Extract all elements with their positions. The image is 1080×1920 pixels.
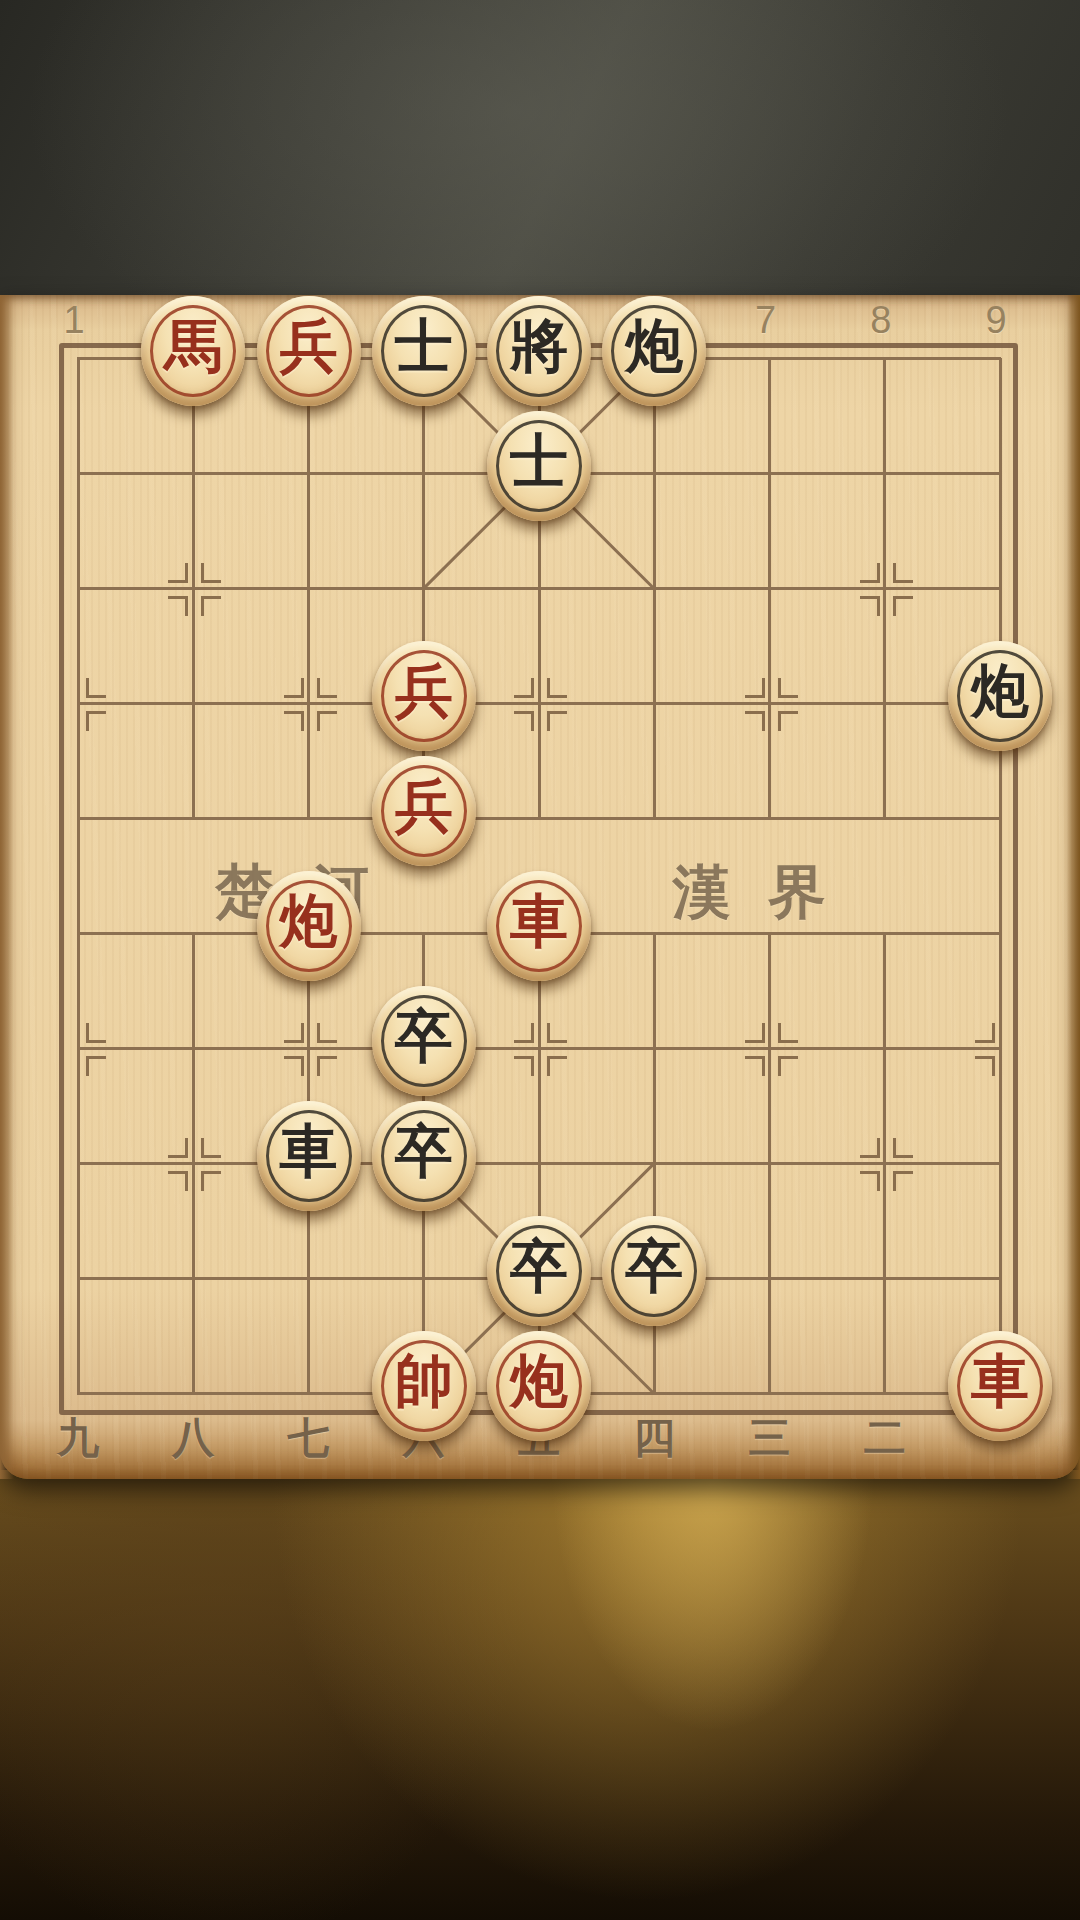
piece-character: 卒 — [602, 1216, 706, 1326]
piece-character: 炮 — [602, 296, 706, 406]
piece-character: 帥 — [372, 1331, 476, 1441]
xiangqi-board: 楚河漢界123456789九八七六五四三二一馬兵士將炮士兵炮兵炮車卒車卒卒卒帥炮… — [0, 295, 1080, 1479]
piece-black-炮[interactable]: 炮 — [948, 641, 1052, 751]
piece-red-炮[interactable]: 炮 — [257, 871, 361, 981]
grid-line-file-8-top — [883, 358, 886, 818]
file-label-top-1: 1 — [44, 301, 104, 339]
grid-line-file-7-bottom — [768, 933, 771, 1393]
piece-character: 卒 — [487, 1216, 591, 1326]
piece-black-卒[interactable]: 卒 — [372, 1101, 476, 1211]
piece-red-兵[interactable]: 兵 — [372, 641, 476, 751]
piece-character: 炮 — [487, 1331, 591, 1441]
grid-line-file-7-top — [768, 358, 771, 818]
grid-line-file-9 — [999, 358, 1002, 1393]
piece-black-士[interactable]: 士 — [487, 411, 591, 521]
background-top — [0, 0, 1080, 296]
piece-character: 卒 — [372, 1101, 476, 1211]
piece-character: 士 — [372, 296, 476, 406]
piece-character: 士 — [487, 411, 591, 521]
piece-character: 車 — [487, 871, 591, 981]
piece-character: 兵 — [372, 756, 476, 866]
piece-red-兵[interactable]: 兵 — [372, 756, 476, 866]
piece-red-車[interactable]: 車 — [948, 1331, 1052, 1441]
piece-character: 車 — [257, 1101, 361, 1211]
piece-character: 車 — [948, 1331, 1052, 1441]
file-label-top-9: 9 — [966, 301, 1026, 339]
background-bottom — [0, 1470, 1080, 1920]
file-label-bottom-三: 三 — [738, 1417, 802, 1459]
file-label-top-8: 8 — [851, 301, 911, 339]
piece-character: 馬 — [141, 296, 245, 406]
piece-red-車[interactable]: 車 — [487, 871, 591, 981]
grid-line-file-8-bottom — [883, 933, 886, 1393]
piece-black-卒[interactable]: 卒 — [487, 1216, 591, 1326]
file-label-bottom-二: 二 — [853, 1417, 917, 1459]
grid-line-file-2-bottom — [192, 933, 195, 1393]
piece-black-士[interactable]: 士 — [372, 296, 476, 406]
piece-red-馬[interactable]: 馬 — [141, 296, 245, 406]
piece-character: 卒 — [372, 986, 476, 1096]
file-label-bottom-八: 八 — [161, 1417, 225, 1459]
piece-black-炮[interactable]: 炮 — [602, 296, 706, 406]
piece-black-將[interactable]: 將 — [487, 296, 591, 406]
river-text-right: 漢界 — [672, 864, 864, 922]
piece-black-卒[interactable]: 卒 — [602, 1216, 706, 1326]
file-label-bottom-七: 七 — [277, 1417, 341, 1459]
xiangqi-app-screen: 楚河漢界123456789九八七六五四三二一馬兵士將炮士兵炮兵炮車卒車卒卒卒帥炮… — [0, 0, 1080, 1920]
piece-red-炮[interactable]: 炮 — [487, 1331, 591, 1441]
piece-red-兵[interactable]: 兵 — [257, 296, 361, 406]
piece-character: 炮 — [948, 641, 1052, 751]
grid-line-file-3-top — [307, 358, 310, 818]
piece-black-卒[interactable]: 卒 — [372, 986, 476, 1096]
piece-red-帥[interactable]: 帥 — [372, 1331, 476, 1441]
file-label-bottom-四: 四 — [622, 1417, 686, 1459]
piece-black-車[interactable]: 車 — [257, 1101, 361, 1211]
piece-character: 將 — [487, 296, 591, 406]
file-label-top-7: 7 — [736, 301, 796, 339]
piece-character: 兵 — [257, 296, 361, 406]
file-label-bottom-九: 九 — [46, 1417, 110, 1459]
grid-line-file-2-top — [192, 358, 195, 818]
piece-character: 炮 — [257, 871, 361, 981]
piece-character: 兵 — [372, 641, 476, 751]
grid-line-file-1 — [77, 358, 80, 1393]
